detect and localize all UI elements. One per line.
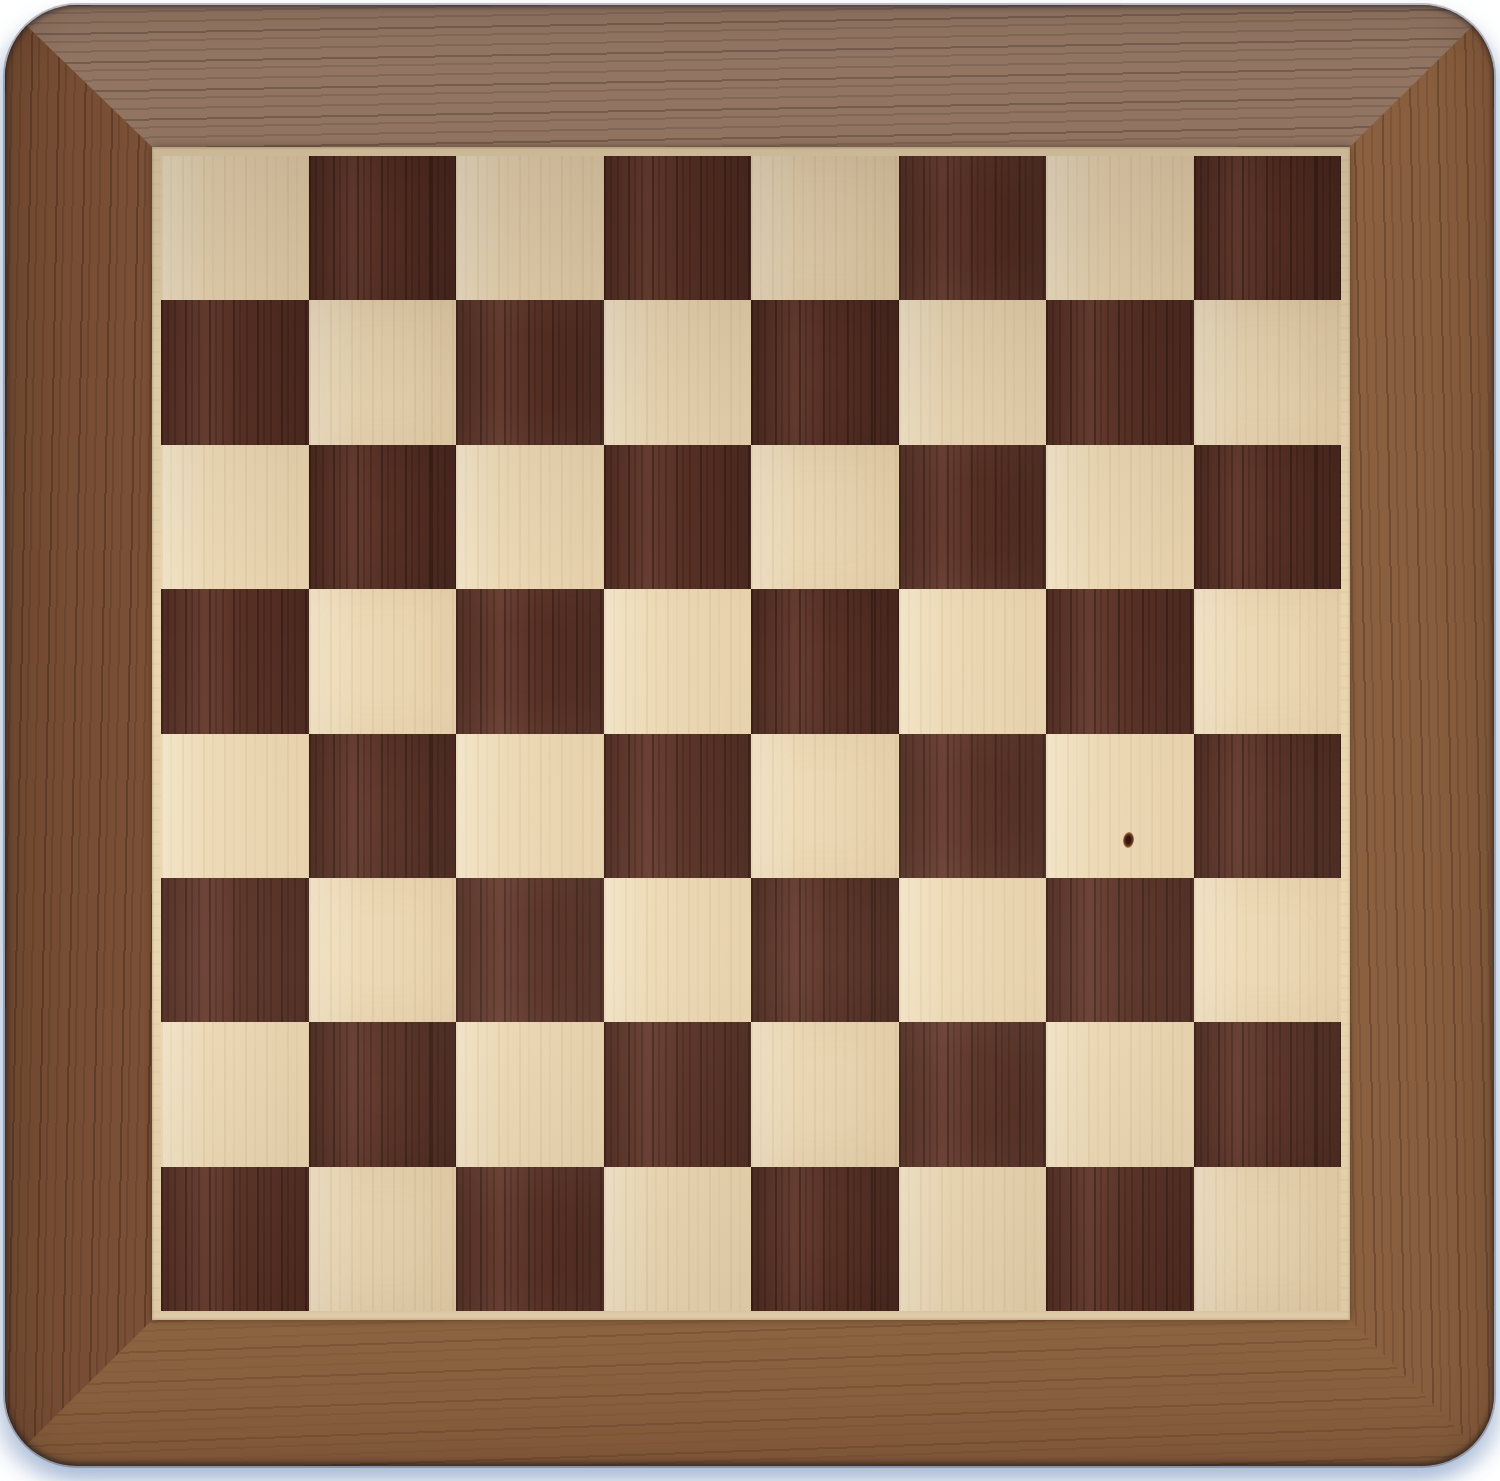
square-d1 bbox=[604, 1167, 752, 1311]
square-h5 bbox=[1194, 589, 1342, 733]
square-e4 bbox=[751, 734, 899, 878]
square-b5 bbox=[309, 589, 457, 733]
square-c2 bbox=[456, 1022, 604, 1166]
square-g3 bbox=[1046, 878, 1194, 1022]
square-e5 bbox=[751, 589, 899, 733]
square-g5 bbox=[1046, 589, 1194, 733]
square-d5 bbox=[604, 589, 752, 733]
product-photo bbox=[0, 0, 1500, 1481]
square-e2 bbox=[751, 1022, 899, 1166]
square-b3 bbox=[309, 878, 457, 1022]
square-b8 bbox=[309, 156, 457, 300]
square-g8 bbox=[1046, 156, 1194, 300]
square-a5 bbox=[161, 589, 309, 733]
square-g7 bbox=[1046, 300, 1194, 444]
square-a6 bbox=[161, 445, 309, 589]
square-f2 bbox=[899, 1022, 1047, 1166]
wood-knot bbox=[1122, 831, 1135, 848]
square-h3 bbox=[1194, 878, 1342, 1022]
square-c3 bbox=[456, 878, 604, 1022]
square-g1 bbox=[1046, 1167, 1194, 1311]
square-h8 bbox=[1194, 156, 1342, 300]
chessboard bbox=[5, 5, 1494, 1466]
square-h6 bbox=[1194, 445, 1342, 589]
square-f5 bbox=[899, 589, 1047, 733]
square-b7 bbox=[309, 300, 457, 444]
square-c8 bbox=[456, 156, 604, 300]
square-f4 bbox=[899, 734, 1047, 878]
square-c5 bbox=[456, 589, 604, 733]
square-f7 bbox=[899, 300, 1047, 444]
square-e6 bbox=[751, 445, 899, 589]
square-d8 bbox=[604, 156, 752, 300]
square-f8 bbox=[899, 156, 1047, 300]
playing-area bbox=[152, 147, 1350, 1320]
square-g4 bbox=[1046, 734, 1194, 878]
square-h7 bbox=[1194, 300, 1342, 444]
square-f3 bbox=[899, 878, 1047, 1022]
square-b1 bbox=[309, 1167, 457, 1311]
square-f6 bbox=[899, 445, 1047, 589]
square-d4 bbox=[604, 734, 752, 878]
square-e8 bbox=[751, 156, 899, 300]
square-h1 bbox=[1194, 1167, 1342, 1311]
square-d3 bbox=[604, 878, 752, 1022]
square-a3 bbox=[161, 878, 309, 1022]
square-a8 bbox=[161, 156, 309, 300]
square-f1 bbox=[899, 1167, 1047, 1311]
square-b2 bbox=[309, 1022, 457, 1166]
square-e7 bbox=[751, 300, 899, 444]
square-a7 bbox=[161, 300, 309, 444]
square-g6 bbox=[1046, 445, 1194, 589]
square-e3 bbox=[751, 878, 899, 1022]
square-b4 bbox=[309, 734, 457, 878]
square-b6 bbox=[309, 445, 457, 589]
squares-grid bbox=[161, 156, 1341, 1311]
square-a2 bbox=[161, 1022, 309, 1166]
square-d2 bbox=[604, 1022, 752, 1166]
square-c4 bbox=[456, 734, 604, 878]
square-g2 bbox=[1046, 1022, 1194, 1166]
square-d6 bbox=[604, 445, 752, 589]
square-c1 bbox=[456, 1167, 604, 1311]
square-c7 bbox=[456, 300, 604, 444]
square-e1 bbox=[751, 1167, 899, 1311]
square-d7 bbox=[604, 300, 752, 444]
square-a4 bbox=[161, 734, 309, 878]
square-h2 bbox=[1194, 1022, 1342, 1166]
square-h4 bbox=[1194, 734, 1342, 878]
square-a1 bbox=[161, 1167, 309, 1311]
square-c6 bbox=[456, 445, 604, 589]
